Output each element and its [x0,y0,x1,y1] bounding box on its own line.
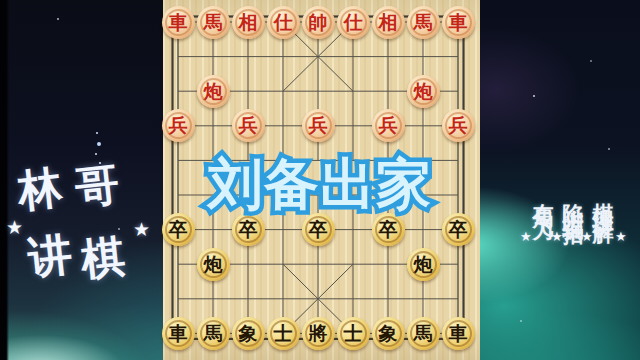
piece-red-r3c8[interactable]: 兵 [442,109,475,142]
piece-black-r9c8[interactable]: 車 [442,317,475,350]
left-edge-vignette [0,0,9,360]
star-icon: ★ [551,230,563,243]
piece-glyph: 相 [379,13,398,32]
piece-red-r0c0[interactable]: 車 [162,6,195,39]
piece-red-r0c1[interactable]: 馬 [197,6,230,39]
piece-glyph: 馬 [204,13,223,32]
piece-glyph: 將 [309,324,328,343]
piece-glyph: 兵 [239,116,258,135]
piece-red-r0c4[interactable]: 帥 [302,6,335,39]
piece-glyph: 馬 [204,324,223,343]
piece-black-r9c4[interactable]: 將 [302,317,335,350]
piece-glyph: 卒 [379,220,398,239]
piece-glyph: 士 [344,324,363,343]
piece-glyph: 卒 [169,220,188,239]
piece-black-r7c1[interactable]: 炮 [197,248,230,281]
right-aurora-background [480,0,640,360]
piece-black-r9c7[interactable]: 馬 [407,317,440,350]
piece-glyph: 車 [449,13,468,32]
piece-glyph: 仕 [274,13,293,32]
piece-red-r0c8[interactable]: 車 [442,6,475,39]
piece-glyph: 馬 [414,13,433,32]
piece-red-r3c4[interactable]: 兵 [302,109,335,142]
piece-red-r2c7[interactable]: 炮 [407,75,440,108]
piece-glyph: 帥 [309,13,328,32]
star-icon: ★ [615,230,627,243]
piece-glyph: 象 [379,324,398,343]
star-icon: ★ [6,218,23,237]
topic-column-qili-jiangjie: 棋理讲解 [590,186,616,214]
piece-glyph: 車 [449,324,468,343]
piece-black-r9c2[interactable]: 象 [232,317,265,350]
star-icon: ★ [581,230,593,243]
star-icon: ★ [520,230,532,243]
episode-title-text: 刘备出家 [208,152,432,216]
topic-column-xianjing-pianzhao: 陷阱骗招 [560,186,586,214]
piece-glyph: 卒 [309,220,328,239]
piece-glyph: 兵 [449,116,468,135]
piece-black-r6c0[interactable]: 卒 [162,213,195,246]
piece-red-r2c1[interactable]: 炮 [197,75,230,108]
piece-red-r0c3[interactable]: 仕 [267,6,300,39]
piece-glyph: 兵 [379,116,398,135]
channel-char-lin: 林 [16,165,64,213]
piece-glyph: 馬 [414,324,433,343]
piece-glyph: 炮 [204,255,223,274]
piece-red-r0c5[interactable]: 仕 [337,6,370,39]
piece-glyph: 炮 [414,255,433,274]
piece-glyph: 炮 [204,82,223,101]
channel-char-ge: 哥 [73,162,121,210]
piece-red-r3c6[interactable]: 兵 [372,109,405,142]
piece-black-r9c3[interactable]: 士 [267,317,300,350]
piece-glyph: 仕 [344,13,363,32]
piece-glyph: 象 [239,324,258,343]
topics-list: 布局飞刀 陷阱骗招 棋理讲解 [530,186,616,214]
piece-black-r6c2[interactable]: 卒 [232,213,265,246]
piece-black-r9c1[interactable]: 馬 [197,317,230,350]
piece-glyph: 車 [169,13,188,32]
piece-black-r7c7[interactable]: 炮 [407,248,440,281]
piece-black-r6c4[interactable]: 卒 [302,213,335,246]
sparkle-dots [0,0,2,2]
piece-glyph: 炮 [414,82,433,101]
video-frame: 林 哥 讲 棋 ★ ★ 布局飞刀 陷阱骗招 棋理讲解 ★ ★ ★ ★ 車馬相仕帥… [0,0,640,360]
piece-black-r9c0[interactable]: 車 [162,317,195,350]
piece-black-r6c6[interactable]: 卒 [372,213,405,246]
channel-char-jiang: 讲 [26,232,74,280]
piece-black-r9c5[interactable]: 士 [337,317,370,350]
piece-glyph: 相 [239,13,258,32]
piece-black-r9c6[interactable]: 象 [372,317,405,350]
topic-column-buju-feidao: 布局飞刀 [530,186,556,214]
piece-glyph: 士 [274,324,293,343]
piece-red-r3c2[interactable]: 兵 [232,109,265,142]
channel-char-qi: 棋 [79,234,127,282]
piece-red-r0c6[interactable]: 相 [372,6,405,39]
piece-glyph: 兵 [309,116,328,135]
piece-red-r0c2[interactable]: 相 [232,6,265,39]
piece-red-r3c0[interactable]: 兵 [162,109,195,142]
piece-black-r6c8[interactable]: 卒 [442,213,475,246]
piece-glyph: 卒 [239,220,258,239]
star-icon: ★ [133,220,150,239]
piece-glyph: 卒 [449,220,468,239]
piece-red-r0c7[interactable]: 馬 [407,6,440,39]
piece-glyph: 車 [169,324,188,343]
episode-title: 刘备出家 刘备出家 [208,152,432,216]
piece-glyph: 兵 [169,116,188,135]
